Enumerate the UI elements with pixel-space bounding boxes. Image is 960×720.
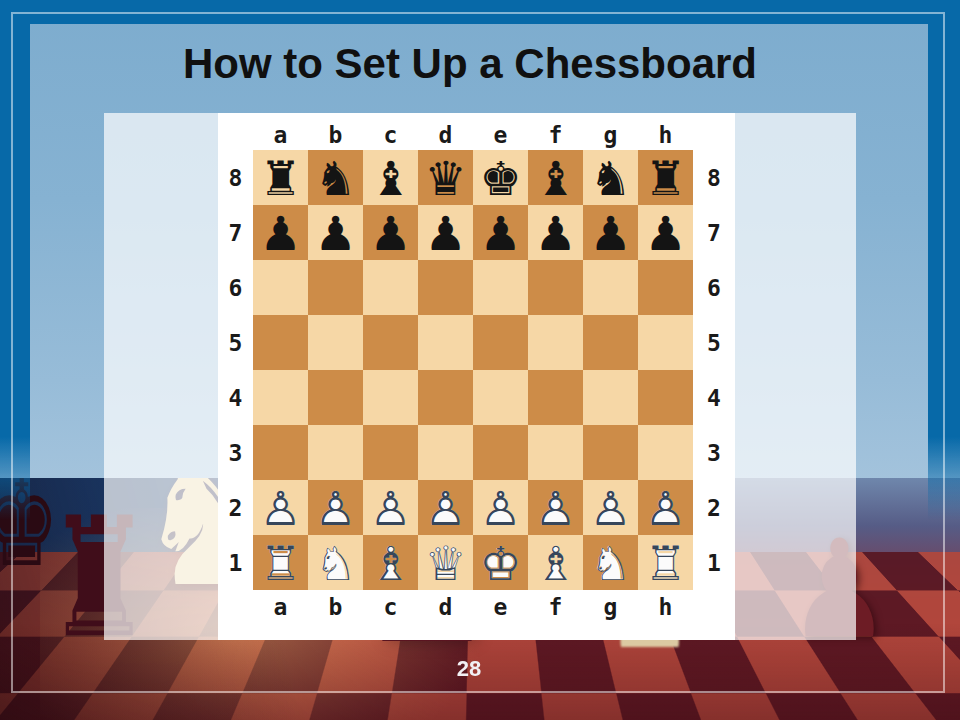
piece-outline: ♔: [479, 540, 521, 587]
rank-labels-right: 87654321: [693, 150, 735, 590]
square-g2[interactable]: ♟♙: [583, 480, 638, 535]
square-b4[interactable]: [308, 370, 363, 425]
square-h3[interactable]: [638, 425, 693, 480]
frame-border-right: [928, 0, 960, 520]
square-g7[interactable]: ♟: [583, 205, 638, 260]
coord-label-7: 7: [218, 205, 253, 260]
square-d5[interactable]: [418, 315, 473, 370]
square-d6[interactable]: [418, 260, 473, 315]
slide: ♚ ♟ ♚ ♞ ♜ ♚ ♟ abcdefgh 87654321 ♜♞♝♛♚♝♞♜…: [0, 0, 960, 720]
piece-outline: ♖: [259, 540, 301, 587]
piece-outline: ♙: [589, 485, 631, 532]
square-f2[interactable]: ♟♙: [528, 480, 583, 535]
square-b2[interactable]: ♟♙: [308, 480, 363, 535]
square-d1[interactable]: ♛♕: [418, 535, 473, 590]
white-pawn-piece: ♟♙: [589, 485, 631, 532]
black-pawn-piece: ♟: [424, 210, 466, 257]
coord-label-4: 4: [218, 370, 253, 425]
square-b5[interactable]: [308, 315, 363, 370]
square-c5[interactable]: [363, 315, 418, 370]
white-king-piece: ♚♔: [479, 540, 521, 587]
piece-outline: ♘: [589, 540, 631, 587]
square-a2[interactable]: ♟♙: [253, 480, 308, 535]
square-h4[interactable]: [638, 370, 693, 425]
square-c3[interactable]: [363, 425, 418, 480]
square-h8[interactable]: ♜: [638, 150, 693, 205]
piece-outline: ♗: [369, 540, 411, 587]
white-knight-piece: ♞♘: [589, 540, 631, 587]
piece-outline: ♙: [369, 485, 411, 532]
piece-outline: ♙: [479, 485, 521, 532]
coord-label-a: a: [253, 594, 308, 620]
coord-label-6: 6: [218, 260, 253, 315]
coord-label-h: h: [638, 594, 693, 620]
white-pawn-piece: ♟♙: [314, 485, 356, 532]
black-bishop-piece: ♝: [534, 155, 576, 202]
square-g8[interactable]: ♞: [583, 150, 638, 205]
coord-label-5: 5: [218, 315, 253, 370]
square-d8[interactable]: ♛: [418, 150, 473, 205]
white-pawn-piece: ♟♙: [534, 485, 576, 532]
square-f1[interactable]: ♝♗: [528, 535, 583, 590]
white-pawn-piece: ♟♙: [259, 485, 301, 532]
black-bishop-piece: ♝: [369, 155, 411, 202]
piece-outline: ♕: [424, 540, 466, 587]
black-pawn-piece: ♟: [369, 210, 411, 257]
black-knight-piece: ♞: [314, 155, 356, 202]
square-e6[interactable]: [473, 260, 528, 315]
white-bishop-piece: ♝♗: [369, 540, 411, 587]
file-labels-bottom: abcdefgh: [253, 590, 693, 640]
white-knight-piece: ♞♘: [314, 540, 356, 587]
black-pawn-piece: ♟: [589, 210, 631, 257]
coord-label-h: h: [638, 122, 693, 148]
square-g4[interactable]: [583, 370, 638, 425]
coord-label-g: g: [583, 594, 638, 620]
square-d3[interactable]: [418, 425, 473, 480]
coord-label-5: 5: [693, 315, 735, 370]
coord-label-g: g: [583, 122, 638, 148]
frame-border-top: [0, 0, 960, 24]
square-c7[interactable]: ♟: [363, 205, 418, 260]
piece-outline: ♙: [424, 485, 466, 532]
black-rook-piece: ♜: [644, 155, 686, 202]
square-a5[interactable]: [253, 315, 308, 370]
white-pawn-piece: ♟♙: [424, 485, 466, 532]
square-e4[interactable]: [473, 370, 528, 425]
chess-board: ♜♞♝♛♚♝♞♜♟♟♟♟♟♟♟♟♟♙♟♙♟♙♟♙♟♙♟♙♟♙♟♙♜♖♞♘♝♗♛♕…: [253, 150, 693, 590]
square-e1[interactable]: ♚♔: [473, 535, 528, 590]
square-c8[interactable]: ♝: [363, 150, 418, 205]
piece-outline: ♙: [644, 485, 686, 532]
coord-label-4: 4: [693, 370, 735, 425]
coord-label-f: f: [528, 122, 583, 148]
piece-outline: ♙: [534, 485, 576, 532]
black-pawn-piece: ♟: [259, 210, 301, 257]
coord-label-8: 8: [693, 150, 735, 205]
coord-label-1: 1: [693, 535, 735, 590]
square-h7[interactable]: ♟: [638, 205, 693, 260]
square-b3[interactable]: [308, 425, 363, 480]
coord-label-e: e: [473, 594, 528, 620]
square-b8[interactable]: ♞: [308, 150, 363, 205]
rank-labels-left: 87654321: [218, 150, 253, 590]
black-rook-piece: ♜: [259, 155, 301, 202]
square-f6[interactable]: [528, 260, 583, 315]
coord-label-b: b: [308, 122, 363, 148]
square-h6[interactable]: [638, 260, 693, 315]
coord-label-2: 2: [693, 480, 735, 535]
piece-outline: ♙: [259, 485, 301, 532]
chessboard-diagram: abcdefgh 87654321 ♜♞♝♛♚♝♞♜♟♟♟♟♟♟♟♟♟♙♟♙♟♙…: [218, 113, 735, 640]
white-pawn-piece: ♟♙: [369, 485, 411, 532]
coord-label-c: c: [363, 122, 418, 148]
square-f4[interactable]: [528, 370, 583, 425]
square-a6[interactable]: [253, 260, 308, 315]
square-b6[interactable]: [308, 260, 363, 315]
coord-label-3: 3: [693, 425, 735, 480]
square-h1[interactable]: ♜♖: [638, 535, 693, 590]
piece-outline: ♗: [534, 540, 576, 587]
square-f7[interactable]: ♟: [528, 205, 583, 260]
black-pawn-piece: ♟: [314, 210, 356, 257]
square-c4[interactable]: [363, 370, 418, 425]
square-g5[interactable]: [583, 315, 638, 370]
square-g6[interactable]: [583, 260, 638, 315]
square-a1[interactable]: ♜♖: [253, 535, 308, 590]
square-b1[interactable]: ♞♘: [308, 535, 363, 590]
square-g3[interactable]: [583, 425, 638, 480]
file-labels-top: abcdefgh: [253, 113, 693, 150]
square-d4[interactable]: [418, 370, 473, 425]
black-king-piece: ♚: [479, 155, 521, 202]
coord-label-2: 2: [218, 480, 253, 535]
black-pawn-piece: ♟: [479, 210, 521, 257]
coord-label-8: 8: [218, 150, 253, 205]
square-e8[interactable]: ♚: [473, 150, 528, 205]
coord-label-d: d: [418, 122, 473, 148]
white-rook-piece: ♜♖: [259, 540, 301, 587]
square-a8[interactable]: ♜: [253, 150, 308, 205]
square-e3[interactable]: [473, 425, 528, 480]
square-h2[interactable]: ♟♙: [638, 480, 693, 535]
square-e2[interactable]: ♟♙: [473, 480, 528, 535]
square-c6[interactable]: [363, 260, 418, 315]
coord-label-d: d: [418, 594, 473, 620]
square-c2[interactable]: ♟♙: [363, 480, 418, 535]
piece-outline: ♙: [314, 485, 356, 532]
white-pawn-piece: ♟♙: [644, 485, 686, 532]
coord-label-7: 7: [693, 205, 735, 260]
black-pawn-piece: ♟: [534, 210, 576, 257]
square-f5[interactable]: [528, 315, 583, 370]
square-c1[interactable]: ♝♗: [363, 535, 418, 590]
white-pawn-piece: ♟♙: [479, 485, 521, 532]
square-a3[interactable]: [253, 425, 308, 480]
square-h5[interactable]: [638, 315, 693, 370]
slide-title: How to Set Up a Chessboard: [90, 40, 850, 88]
coord-label-a: a: [253, 122, 308, 148]
black-pawn-piece: ♟: [644, 210, 686, 257]
square-d2[interactable]: ♟♙: [418, 480, 473, 535]
square-a4[interactable]: [253, 370, 308, 425]
white-bishop-piece: ♝♗: [534, 540, 576, 587]
white-queen-piece: ♛♕: [424, 540, 466, 587]
coord-label-b: b: [308, 594, 363, 620]
piece-outline: ♖: [644, 540, 686, 587]
coord-label-6: 6: [693, 260, 735, 315]
frame-border-left: [0, 0, 30, 520]
white-rook-piece: ♜♖: [644, 540, 686, 587]
coord-label-3: 3: [218, 425, 253, 480]
square-f3[interactable]: [528, 425, 583, 480]
square-d7[interactable]: ♟: [418, 205, 473, 260]
square-f8[interactable]: ♝: [528, 150, 583, 205]
black-knight-piece: ♞: [589, 155, 631, 202]
square-e5[interactable]: [473, 315, 528, 370]
coord-label-e: e: [473, 122, 528, 148]
piece-outline: ♘: [314, 540, 356, 587]
square-g1[interactable]: ♞♘: [583, 535, 638, 590]
page-number: 28: [0, 656, 938, 682]
square-a7[interactable]: ♟: [253, 205, 308, 260]
square-e7[interactable]: ♟: [473, 205, 528, 260]
square-b7[interactable]: ♟: [308, 205, 363, 260]
coord-label-c: c: [363, 594, 418, 620]
black-queen-piece: ♛: [424, 155, 466, 202]
coord-label-f: f: [528, 594, 583, 620]
coord-label-1: 1: [218, 535, 253, 590]
